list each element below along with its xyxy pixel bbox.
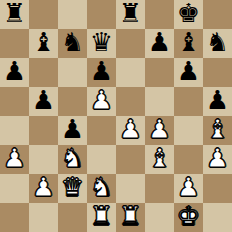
square-e6[interactable] — [116, 58, 145, 87]
white-king-icon: ♚ — [177, 203, 200, 231]
square-f2[interactable] — [145, 174, 174, 203]
white-pawn-icon: ♟ — [119, 116, 142, 144]
square-d5[interactable]: ♟ — [87, 87, 116, 116]
white-pawn-icon: ♟ — [206, 145, 229, 173]
square-h3[interactable]: ♟ — [203, 145, 232, 174]
square-g6[interactable]: ♟ — [174, 58, 203, 87]
black-pawn-icon: ♟ — [148, 29, 171, 57]
white-bishop-icon: ♝ — [206, 116, 229, 144]
white-pawn-icon: ♟ — [177, 174, 200, 202]
black-pawn-icon: ♟ — [177, 58, 200, 86]
square-b4[interactable] — [29, 116, 58, 145]
square-b1[interactable] — [29, 203, 58, 232]
white-queen-icon: ♛ — [61, 174, 84, 202]
square-g7[interactable]: ♝ — [174, 29, 203, 58]
square-d3[interactable] — [87, 145, 116, 174]
square-h7[interactable]: ♞ — [203, 29, 232, 58]
square-c2[interactable]: ♛ — [58, 174, 87, 203]
square-a1[interactable] — [0, 203, 29, 232]
square-f4[interactable]: ♟ — [145, 116, 174, 145]
square-c4[interactable]: ♟ — [58, 116, 87, 145]
black-queen-icon: ♛ — [90, 29, 113, 57]
square-c6[interactable] — [58, 58, 87, 87]
square-g1[interactable]: ♚ — [174, 203, 203, 232]
black-pawn-icon: ♟ — [3, 58, 26, 86]
black-knight-icon: ♞ — [206, 29, 229, 57]
square-h4[interactable]: ♝ — [203, 116, 232, 145]
square-h8[interactable] — [203, 0, 232, 29]
white-pawn-icon: ♟ — [3, 145, 26, 173]
square-f3[interactable]: ♝ — [145, 145, 174, 174]
square-b3[interactable] — [29, 145, 58, 174]
black-knight-icon: ♞ — [61, 29, 84, 57]
square-h6[interactable] — [203, 58, 232, 87]
black-rook-icon: ♜ — [119, 0, 142, 28]
white-knight-icon: ♞ — [90, 174, 113, 202]
square-f5[interactable] — [145, 87, 174, 116]
square-a6[interactable]: ♟ — [0, 58, 29, 87]
square-c5[interactable] — [58, 87, 87, 116]
white-pawn-icon: ♟ — [32, 174, 55, 202]
black-bishop-icon: ♝ — [32, 29, 55, 57]
chess-board: ♜♜♚♝♞♛♟♝♞♟♟♟♟♟♟♟♟♟♝♟♞♝♟♟♛♞♟♜♜♚ — [0, 0, 232, 232]
square-e8[interactable]: ♜ — [116, 0, 145, 29]
white-rook-icon: ♜ — [119, 203, 142, 231]
white-pawn-icon: ♟ — [90, 87, 113, 115]
square-b2[interactable]: ♟ — [29, 174, 58, 203]
square-c3[interactable]: ♞ — [58, 145, 87, 174]
square-c8[interactable] — [58, 0, 87, 29]
square-f8[interactable] — [145, 0, 174, 29]
black-pawn-icon: ♟ — [206, 87, 229, 115]
square-a7[interactable] — [0, 29, 29, 58]
black-pawn-icon: ♟ — [90, 58, 113, 86]
square-a2[interactable] — [0, 174, 29, 203]
square-h1[interactable] — [203, 203, 232, 232]
square-g3[interactable] — [174, 145, 203, 174]
square-b7[interactable]: ♝ — [29, 29, 58, 58]
square-h2[interactable] — [203, 174, 232, 203]
square-a4[interactable] — [0, 116, 29, 145]
black-pawn-icon: ♟ — [32, 87, 55, 115]
square-g8[interactable]: ♚ — [174, 0, 203, 29]
square-b5[interactable]: ♟ — [29, 87, 58, 116]
square-d4[interactable] — [87, 116, 116, 145]
square-e2[interactable] — [116, 174, 145, 203]
square-d1[interactable]: ♜ — [87, 203, 116, 232]
white-knight-icon: ♞ — [61, 145, 84, 173]
square-b8[interactable] — [29, 0, 58, 29]
square-d8[interactable] — [87, 0, 116, 29]
square-e5[interactable] — [116, 87, 145, 116]
square-e1[interactable]: ♜ — [116, 203, 145, 232]
square-c7[interactable]: ♞ — [58, 29, 87, 58]
square-g5[interactable] — [174, 87, 203, 116]
white-rook-icon: ♜ — [90, 203, 113, 231]
black-pawn-icon: ♟ — [61, 116, 84, 144]
square-a8[interactable]: ♜ — [0, 0, 29, 29]
square-g2[interactable]: ♟ — [174, 174, 203, 203]
square-e3[interactable] — [116, 145, 145, 174]
square-b6[interactable] — [29, 58, 58, 87]
square-f6[interactable] — [145, 58, 174, 87]
square-f1[interactable] — [145, 203, 174, 232]
square-g4[interactable] — [174, 116, 203, 145]
black-king-icon: ♚ — [177, 0, 200, 28]
square-h5[interactable]: ♟ — [203, 87, 232, 116]
square-a5[interactable] — [0, 87, 29, 116]
square-d6[interactable]: ♟ — [87, 58, 116, 87]
square-f7[interactable]: ♟ — [145, 29, 174, 58]
square-d7[interactable]: ♛ — [87, 29, 116, 58]
white-pawn-icon: ♟ — [148, 116, 171, 144]
white-bishop-icon: ♝ — [148, 145, 171, 173]
black-bishop-icon: ♝ — [177, 29, 200, 57]
square-c1[interactable] — [58, 203, 87, 232]
square-e4[interactable]: ♟ — [116, 116, 145, 145]
square-e7[interactable] — [116, 29, 145, 58]
square-d2[interactable]: ♞ — [87, 174, 116, 203]
square-a3[interactable]: ♟ — [0, 145, 29, 174]
black-rook-icon: ♜ — [3, 0, 26, 28]
